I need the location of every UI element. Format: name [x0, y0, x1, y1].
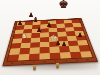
board-foot-right: [56, 63, 59, 68]
piece-black-pawn-b6[interactable]: ♟: [16, 20, 24, 26]
piece-black-pawn-d5[interactable]: ♟: [35, 27, 43, 33]
file-label-h: h: [82, 58, 94, 63]
piece-black-pawn-e6[interactable]: ♟: [45, 22, 53, 28]
file-label-d: d: [39, 60, 50, 65]
square-c1[interactable]: [29, 53, 40, 60]
board-foot-left: [33, 65, 36, 70]
piece-black-pawn-h4[interactable]: ♟: [76, 32, 84, 38]
square-h1[interactable]: [80, 51, 92, 58]
square-d1[interactable]: [39, 53, 50, 60]
chessboard-photo-scene: abcdefgh 87654321 ♚♟♟♝♟♟♞♚♟♟♟: [0, 0, 100, 75]
file-label-f: f: [61, 59, 72, 64]
file-label-b: b: [17, 61, 28, 66]
piece-white-knight-b4[interactable]: ♞: [20, 33, 29, 40]
piece-black-bishop-d6[interactable]: ♝: [31, 17, 40, 24]
piece-black-king-f8[interactable]: ♚: [57, 0, 70, 10]
piece-black-pawn-g3[interactable]: ♟: [60, 41, 68, 47]
